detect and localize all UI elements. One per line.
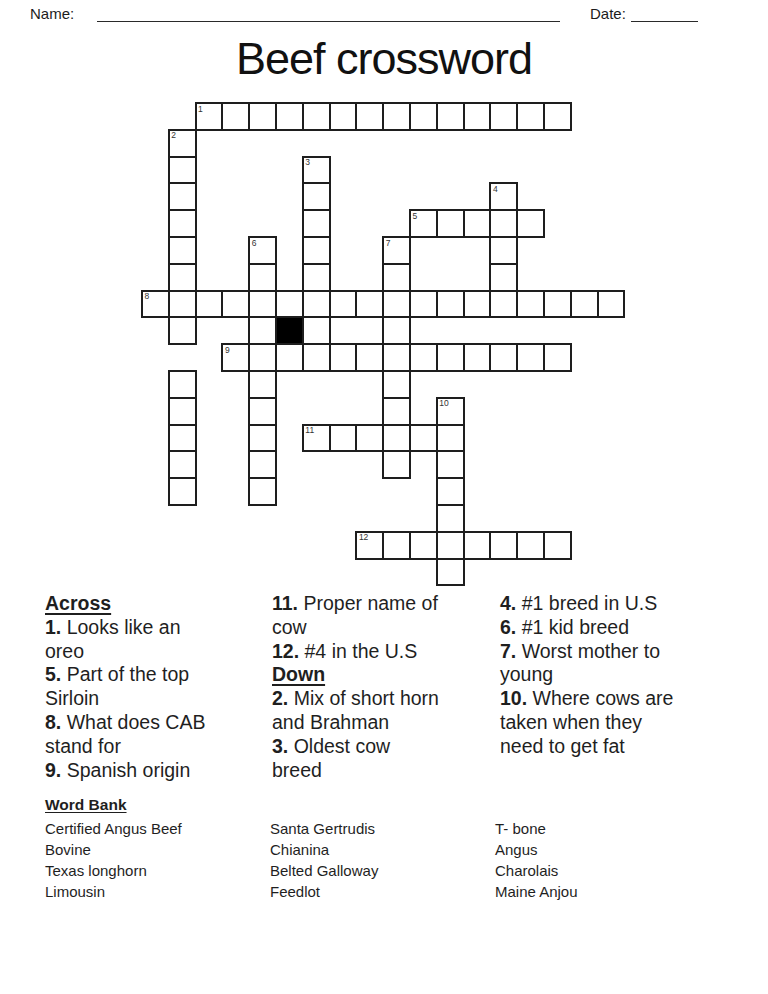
grid-cell-r12c9[interactable] — [382, 424, 411, 453]
grid-cell-r16c9[interactable] — [382, 531, 411, 560]
clue-number-label: 8. — [45, 711, 61, 733]
clue-2: 2. Mix of short hornand Brahman — [272, 687, 492, 735]
grid-cell-r4c14[interactable] — [516, 209, 545, 238]
name-fill-line[interactable] — [97, 21, 560, 22]
clue-6: 6. #1 kid breed — [500, 616, 715, 640]
cell-number-6: 6 — [252, 239, 257, 248]
grid-cell-r7c9[interactable] — [382, 290, 411, 319]
grid-cell-r16c14[interactable] — [516, 531, 545, 560]
grid-cell-r12c11[interactable] — [436, 424, 465, 453]
cell-number-11: 11 — [305, 426, 314, 435]
word-bank-column: Santa GertrudisChianinaBelted GallowayFe… — [270, 818, 490, 902]
word-bank-item: Bovine — [45, 839, 265, 860]
grid-cell-r16c12[interactable] — [463, 531, 492, 560]
grid-cell-r9c15[interactable] — [543, 343, 572, 372]
clue-number-label: 10. — [500, 687, 527, 709]
name-label: Name: — [30, 5, 74, 22]
word-bank-heading: Word Bank — [45, 796, 127, 814]
grid-cell-r7c4[interactable] — [248, 290, 277, 319]
grid-cell-r3c6[interactable] — [302, 182, 331, 211]
grid-cell-r2c1[interactable] — [168, 156, 197, 185]
grid-cell-r0c12[interactable] — [463, 102, 492, 131]
grid-cell-r12c8[interactable] — [355, 424, 384, 453]
clue-10: 10. Where cows aretaken when theyneed to… — [500, 687, 715, 758]
cell-number-3: 3 — [305, 158, 310, 167]
clue-7: 7. Worst mother toyoung — [500, 640, 715, 688]
cell-number-7: 7 — [386, 239, 391, 248]
cell-number-10: 10 — [439, 399, 448, 408]
cell-number-1: 1 — [198, 105, 203, 114]
word-bank-item: Santa Gertrudis — [270, 818, 490, 839]
grid-cell-r0c5[interactable] — [275, 102, 304, 131]
crossword-grid: 123456789101112 — [142, 103, 626, 587]
cell-number-4: 4 — [493, 185, 498, 194]
clue-12: 12. #4 in the U.S — [272, 640, 492, 664]
grid-cell-r7c0[interactable]: 8 — [141, 290, 170, 319]
grid-cell-r7c5[interactable] — [275, 290, 304, 319]
grid-cell-r9c10[interactable] — [409, 343, 438, 372]
grid-cell-r9c14[interactable] — [516, 343, 545, 372]
clue-9: 9. Spanish origin — [45, 759, 265, 783]
grid-cell-r9c5[interactable] — [275, 343, 304, 372]
cell-number-5: 5 — [413, 212, 418, 221]
clue-column-middle: 11. Proper name ofcow12. #4 in the U.SDo… — [272, 592, 492, 782]
grid-cell-r0c7[interactable] — [329, 102, 358, 131]
word-bank-item: Chianina — [270, 839, 490, 860]
grid-cell-r5c1[interactable] — [168, 236, 197, 265]
clue-5: 5. Part of the topSirloin — [45, 663, 265, 711]
grid-cell-r9c12[interactable] — [463, 343, 492, 372]
grid-cell-r7c10[interactable] — [409, 290, 438, 319]
grid-cell-r12c10[interactable] — [409, 424, 438, 453]
clue-4: 4. #1 breed in U.S — [500, 592, 715, 616]
clue-column-down: 4. #1 breed in U.S6. #1 kid breed7. Wors… — [500, 592, 715, 759]
grid-cell-r7c15[interactable] — [543, 290, 572, 319]
clue-number-label: 7. — [500, 640, 516, 662]
word-bank-column: T- boneAngusCharolaisMaine Anjou — [495, 818, 715, 902]
clue-number-label: 5. — [45, 663, 61, 685]
grid-cell-r11c1[interactable] — [168, 397, 197, 426]
grid-cell-r7c6[interactable] — [302, 290, 331, 319]
grid-cell-r9c6[interactable] — [302, 343, 331, 372]
grid-cell-r12c6[interactable]: 11 — [302, 424, 331, 453]
grid-cell-r5c13[interactable] — [489, 236, 518, 265]
grid-cell-r7c2[interactable] — [195, 290, 224, 319]
word-bank-item: Feedlot — [270, 881, 490, 902]
grid-cell-r0c8[interactable] — [355, 102, 384, 131]
grid-cell-r2c6[interactable]: 3 — [302, 156, 331, 185]
cell-number-8: 8 — [145, 292, 150, 301]
clue-heading-across: Across — [45, 592, 265, 616]
grid-cell-r3c13[interactable]: 4 — [489, 182, 518, 211]
grid-cell-r0c13[interactable] — [489, 102, 518, 131]
grid-cell-r13c4[interactable] — [248, 450, 277, 479]
grid-cell-r0c11[interactable] — [436, 102, 465, 131]
grid-cell-r8c9[interactable] — [382, 316, 411, 345]
grid-cell-r4c13[interactable] — [489, 209, 518, 238]
grid-cell-r11c9[interactable] — [382, 397, 411, 426]
grid-cell-r7c3[interactable] — [221, 290, 250, 319]
word-bank-item: Charolais — [495, 860, 715, 881]
grid-cell-r13c9[interactable] — [382, 450, 411, 479]
grid-cell-r0c4[interactable] — [248, 102, 277, 131]
grid-cell-r0c6[interactable] — [302, 102, 331, 131]
grid-cell-r16c11[interactable] — [436, 531, 465, 560]
grid-cell-r7c13[interactable] — [489, 290, 518, 319]
grid-cell-r9c11[interactable] — [436, 343, 465, 372]
clue-8: 8. What does CABstand for — [45, 711, 265, 759]
grid-cell-r0c15[interactable] — [543, 102, 572, 131]
grid-cell-r6c6[interactable] — [302, 263, 331, 292]
grid-cell-r8c6[interactable] — [302, 316, 331, 345]
grid-cell-r6c4[interactable] — [248, 263, 277, 292]
grid-cell-r0c2[interactable]: 1 — [195, 102, 224, 131]
grid-cell-r9c13[interactable] — [489, 343, 518, 372]
clue-number-label: 6. — [500, 616, 516, 638]
grid-cell-r0c3[interactable] — [221, 102, 250, 131]
grid-cell-r0c10[interactable] — [409, 102, 438, 131]
grid-cell-r8c4[interactable] — [248, 316, 277, 345]
cell-number-12: 12 — [359, 533, 368, 542]
grid-cell-r7c14[interactable] — [516, 290, 545, 319]
clue-number-label: 11. — [272, 592, 298, 614]
grid-cell-r5c9[interactable]: 7 — [382, 236, 411, 265]
word-bank-item: Angus — [495, 839, 715, 860]
clue-number-label: 2. — [272, 687, 288, 709]
cell-number-9: 9 — [225, 346, 230, 355]
clue-number-label: 4. — [500, 592, 516, 614]
grid-cell-r12c7[interactable] — [329, 424, 358, 453]
grid-cell-r9c9[interactable] — [382, 343, 411, 372]
grid-cell-r17c11[interactable] — [436, 558, 465, 587]
grid-cell-r13c11[interactable] — [436, 450, 465, 479]
word-bank-column: Certified Angus BeefBovineTexas longhorn… — [45, 818, 265, 902]
grid-cell-r6c9[interactable] — [382, 263, 411, 292]
black-cell — [275, 316, 304, 345]
word-bank-item: Certified Angus Beef — [45, 818, 265, 839]
clue-number-label: 12. — [272, 640, 299, 662]
clue-number-label: 9. — [45, 759, 61, 781]
clue-3: 3. Oldest cowbreed — [272, 735, 492, 783]
grid-cell-r5c6[interactable] — [302, 236, 331, 265]
grid-cell-r10c1[interactable] — [168, 370, 197, 399]
grid-cell-r4c1[interactable] — [168, 209, 197, 238]
clue-heading-down: Down — [272, 663, 492, 687]
grid-cell-r16c8[interactable]: 12 — [355, 531, 384, 560]
grid-cell-r13c1[interactable] — [168, 450, 197, 479]
grid-cell-r12c4[interactable] — [248, 424, 277, 453]
word-bank-item: Texas longhorn — [45, 860, 265, 881]
grid-cell-r11c4[interactable] — [248, 397, 277, 426]
word-bank-item: Belted Galloway — [270, 860, 490, 881]
grid-cell-r7c7[interactable] — [329, 290, 358, 319]
grid-cell-r7c8[interactable] — [355, 290, 384, 319]
grid-cell-r14c4[interactable] — [248, 477, 277, 506]
clue-1: 1. Looks like anoreo — [45, 616, 265, 664]
grid-cell-r4c11[interactable] — [436, 209, 465, 238]
worksheet-page: Name: Date: Beef crossword 1234567891011… — [0, 0, 768, 994]
grid-cell-r0c9[interactable] — [382, 102, 411, 131]
grid-cell-r7c17[interactable] — [597, 290, 626, 319]
grid-cell-r9c8[interactable] — [355, 343, 384, 372]
grid-cell-r0c14[interactable] — [516, 102, 545, 131]
grid-cell-r15c11[interactable] — [436, 504, 465, 533]
clue-number-label: 1. — [45, 616, 61, 638]
grid-cell-r7c12[interactable] — [463, 290, 492, 319]
grid-cell-r14c11[interactable] — [436, 477, 465, 506]
grid-cell-r8c1[interactable] — [168, 316, 197, 345]
grid-cell-r4c6[interactable] — [302, 209, 331, 238]
cell-number-2: 2 — [171, 131, 176, 140]
date-fill-line[interactable] — [631, 21, 698, 22]
grid-cell-r9c3[interactable]: 9 — [221, 343, 250, 372]
grid-cell-r16c15[interactable] — [543, 531, 572, 560]
grid-cell-r3c1[interactable] — [168, 182, 197, 211]
grid-cell-r10c9[interactable] — [382, 370, 411, 399]
clue-column-across: Across1. Looks like anoreo5. Part of the… — [45, 592, 265, 782]
grid-cell-r6c13[interactable] — [489, 263, 518, 292]
clue-11: 11. Proper name ofcow — [272, 592, 492, 640]
clue-number-label: 3. — [272, 735, 288, 757]
grid-cell-r7c11[interactable] — [436, 290, 465, 319]
grid-cell-r16c13[interactable] — [489, 531, 518, 560]
grid-cell-r1c1[interactable]: 2 — [168, 129, 197, 158]
grid-cell-r4c12[interactable] — [463, 209, 492, 238]
grid-cell-r7c1[interactable] — [168, 290, 197, 319]
date-label: Date: — [590, 5, 626, 22]
word-bank-item: Limousin — [45, 881, 265, 902]
grid-cell-r10c4[interactable] — [248, 370, 277, 399]
grid-cell-r14c1[interactable] — [168, 477, 197, 506]
grid-cell-r6c1[interactable] — [168, 263, 197, 292]
grid-cell-r12c1[interactable] — [168, 424, 197, 453]
word-bank-item: T- bone — [495, 818, 715, 839]
grid-cell-r11c11[interactable]: 10 — [436, 397, 465, 426]
grid-cell-r5c4[interactable]: 6 — [248, 236, 277, 265]
grid-cell-r9c4[interactable] — [248, 343, 277, 372]
grid-cell-r9c7[interactable] — [329, 343, 358, 372]
grid-cell-r16c10[interactable] — [409, 531, 438, 560]
page-title: Beef crossword — [0, 33, 768, 85]
grid-cell-r4c10[interactable]: 5 — [409, 209, 438, 238]
word-bank-item: Maine Anjou — [495, 881, 715, 902]
grid-cell-r7c16[interactable] — [570, 290, 599, 319]
